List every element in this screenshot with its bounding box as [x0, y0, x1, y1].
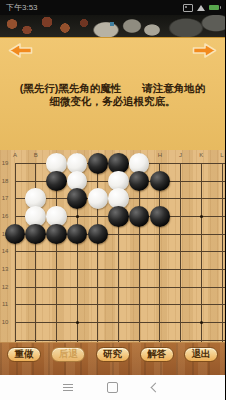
exit-button[interactable]: 退出 — [184, 347, 218, 362]
undo-button[interactable]: 后退 — [51, 347, 85, 362]
grid-line — [15, 340, 226, 341]
star-point-K16 — [200, 215, 203, 218]
app-screen: 下午3:53 (黑先行)黑先角的魔性 请注意角地的 细微变化，务必追根究底。 A… — [0, 0, 225, 400]
stone-black-D17 — [67, 188, 88, 209]
stone-white-E17 — [88, 188, 109, 209]
col-label-L: L — [218, 152, 225, 158]
stone-black-H18 — [150, 171, 171, 192]
row-label-12: 12 — [0, 284, 10, 290]
recent-apps-icon[interactable] — [63, 384, 73, 392]
col-label-H: H — [156, 152, 164, 158]
stone-black-C18 — [46, 171, 67, 192]
row-label-11: 11 — [0, 301, 10, 307]
back-icon[interactable] — [151, 383, 161, 393]
grid-line — [222, 163, 223, 342]
stone-black-D15 — [67, 224, 88, 245]
col-label-B: B — [32, 152, 40, 158]
star-point-K10 — [200, 321, 203, 324]
grid-line — [15, 251, 226, 252]
star-point-D10 — [76, 321, 79, 324]
star-point-D16 — [76, 215, 79, 218]
problem-line-2: 细微变化，务必追根究底。 — [0, 95, 225, 108]
grid-line — [15, 287, 226, 288]
clock: 下午3:53 — [6, 2, 38, 13]
col-label-J: J — [177, 152, 185, 158]
study-button[interactable]: 研究 — [96, 347, 130, 362]
stone-black-E19 — [88, 153, 109, 174]
col-label-A: A — [11, 152, 19, 158]
grid-line — [201, 163, 202, 342]
col-label-K: K — [197, 152, 205, 158]
stone-black-A15 — [5, 224, 26, 245]
battery-icon — [209, 5, 219, 10]
home-icon[interactable] — [107, 382, 118, 393]
problem-line-1: (黑先行)黑先角的魔性 请注意角地的 — [0, 82, 225, 95]
stone-black-E15 — [88, 224, 109, 245]
grid-line — [15, 304, 226, 305]
row-label-16: 16 — [0, 213, 10, 219]
go-board[interactable]: ABCDEFGHJKL19181716151413121110 — [0, 150, 225, 342]
status-icons — [183, 4, 219, 12]
screenshot-icon — [183, 4, 193, 12]
stone-black-G18 — [129, 171, 150, 192]
grid-line — [15, 163, 16, 342]
stone-black-F16 — [108, 206, 129, 227]
stone-black-G16 — [129, 206, 150, 227]
row-label-10: 10 — [0, 319, 10, 325]
redo-button[interactable]: 重做 — [7, 347, 41, 362]
android-nav-bar — [0, 375, 225, 400]
action-button-bar: 重做 后退 研究 解答 退出 — [0, 342, 225, 375]
grid-line — [15, 269, 226, 270]
left-arrow-icon — [10, 44, 32, 57]
ink-painting-banner — [0, 15, 225, 37]
previous-problem-button[interactable] — [8, 42, 33, 59]
problem-panel: (黑先行)黑先角的魔性 请注意角地的 细微变化，务必追根究底。 — [0, 37, 225, 150]
answer-button[interactable]: 解答 — [140, 347, 174, 362]
stone-black-H16 — [150, 206, 171, 227]
grid-line — [15, 322, 226, 323]
row-label-18: 18 — [0, 178, 10, 184]
right-arrow-icon — [194, 44, 216, 57]
stone-black-B15 — [25, 224, 46, 245]
row-label-17: 17 — [0, 195, 10, 201]
row-label-19: 19 — [0, 160, 10, 166]
next-problem-button[interactable] — [192, 42, 217, 59]
stone-black-C15 — [46, 224, 67, 245]
grid-line — [180, 163, 181, 342]
row-label-13: 13 — [0, 266, 10, 272]
row-label-14: 14 — [0, 248, 10, 254]
status-bar: 下午3:53 — [0, 0, 225, 15]
problem-description: (黑先行)黑先角的魔性 请注意角地的 细微变化，务必追根究底。 — [0, 82, 225, 108]
wifi-icon — [197, 5, 205, 11]
